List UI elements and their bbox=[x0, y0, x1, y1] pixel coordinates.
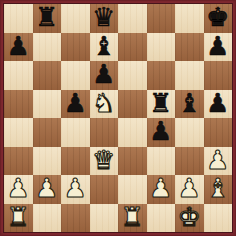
black-rook[interactable]: ♜ bbox=[35, 4, 58, 32]
white-pawn[interactable]: ♟ bbox=[64, 175, 87, 203]
white-rook[interactable]: ♜ bbox=[121, 204, 144, 232]
square-c6[interactable] bbox=[61, 61, 90, 90]
chess-board-frame: ♜♛♚♟♝♟♟♟♞♜♝♟♟♛♟♟♟♟♟♟♝♜♜♚ bbox=[0, 0, 236, 236]
square-a4[interactable] bbox=[4, 118, 33, 147]
square-f6[interactable] bbox=[147, 61, 176, 90]
square-b1[interactable] bbox=[33, 204, 62, 233]
square-d5[interactable]: ♞ bbox=[90, 90, 119, 119]
square-f3[interactable] bbox=[147, 147, 176, 176]
square-b7[interactable] bbox=[33, 33, 62, 62]
square-d4[interactable] bbox=[90, 118, 119, 147]
white-bishop[interactable]: ♝ bbox=[206, 175, 229, 203]
black-pawn[interactable]: ♟ bbox=[206, 90, 229, 118]
square-h3[interactable]: ♟ bbox=[204, 147, 233, 176]
white-pawn[interactable]: ♟ bbox=[206, 147, 229, 175]
square-b2[interactable]: ♟ bbox=[33, 175, 62, 204]
square-f1[interactable] bbox=[147, 204, 176, 233]
square-h4[interactable] bbox=[204, 118, 233, 147]
white-knight[interactable]: ♞ bbox=[92, 90, 115, 118]
square-e1[interactable]: ♜ bbox=[118, 204, 147, 233]
square-d6[interactable]: ♟ bbox=[90, 61, 119, 90]
square-f5[interactable]: ♜ bbox=[147, 90, 176, 119]
black-bishop[interactable]: ♝ bbox=[178, 90, 201, 118]
black-bishop[interactable]: ♝ bbox=[92, 33, 115, 61]
black-pawn[interactable]: ♟ bbox=[149, 118, 172, 146]
square-e7[interactable] bbox=[118, 33, 147, 62]
square-h5[interactable]: ♟ bbox=[204, 90, 233, 119]
square-b6[interactable] bbox=[33, 61, 62, 90]
square-c3[interactable] bbox=[61, 147, 90, 176]
square-e8[interactable] bbox=[118, 4, 147, 33]
square-g8[interactable] bbox=[175, 4, 204, 33]
square-a2[interactable]: ♟ bbox=[4, 175, 33, 204]
white-pawn[interactable]: ♟ bbox=[35, 175, 58, 203]
white-pawn[interactable]: ♟ bbox=[149, 175, 172, 203]
square-g3[interactable] bbox=[175, 147, 204, 176]
square-g5[interactable]: ♝ bbox=[175, 90, 204, 119]
square-h6[interactable] bbox=[204, 61, 233, 90]
square-a7[interactable]: ♟ bbox=[4, 33, 33, 62]
black-pawn[interactable]: ♟ bbox=[7, 33, 30, 61]
square-d1[interactable] bbox=[90, 204, 119, 233]
black-pawn[interactable]: ♟ bbox=[92, 61, 115, 89]
square-c2[interactable]: ♟ bbox=[61, 175, 90, 204]
square-d2[interactable] bbox=[90, 175, 119, 204]
square-a8[interactable] bbox=[4, 4, 33, 33]
square-g2[interactable]: ♟ bbox=[175, 175, 204, 204]
white-rook[interactable]: ♜ bbox=[7, 204, 30, 232]
square-a1[interactable]: ♜ bbox=[4, 204, 33, 233]
square-c1[interactable] bbox=[61, 204, 90, 233]
black-rook[interactable]: ♜ bbox=[149, 90, 172, 118]
square-h2[interactable]: ♝ bbox=[204, 175, 233, 204]
white-pawn[interactable]: ♟ bbox=[178, 175, 201, 203]
square-c4[interactable] bbox=[61, 118, 90, 147]
square-b8[interactable]: ♜ bbox=[33, 4, 62, 33]
square-h1[interactable] bbox=[204, 204, 233, 233]
square-b4[interactable] bbox=[33, 118, 62, 147]
square-h7[interactable]: ♟ bbox=[204, 33, 233, 62]
square-e6[interactable] bbox=[118, 61, 147, 90]
square-g6[interactable] bbox=[175, 61, 204, 90]
white-king[interactable]: ♚ bbox=[178, 204, 201, 232]
square-g7[interactable] bbox=[175, 33, 204, 62]
square-f4[interactable]: ♟ bbox=[147, 118, 176, 147]
square-e4[interactable] bbox=[118, 118, 147, 147]
square-a5[interactable] bbox=[4, 90, 33, 119]
square-c8[interactable] bbox=[61, 4, 90, 33]
square-g1[interactable]: ♚ bbox=[175, 204, 204, 233]
square-f7[interactable] bbox=[147, 33, 176, 62]
square-c7[interactable] bbox=[61, 33, 90, 62]
square-h8[interactable]: ♚ bbox=[204, 4, 233, 33]
square-e2[interactable] bbox=[118, 175, 147, 204]
black-king[interactable]: ♚ bbox=[206, 4, 229, 32]
square-a6[interactable] bbox=[4, 61, 33, 90]
square-g4[interactable] bbox=[175, 118, 204, 147]
black-queen[interactable]: ♛ bbox=[92, 4, 115, 32]
black-pawn[interactable]: ♟ bbox=[64, 90, 87, 118]
square-d7[interactable]: ♝ bbox=[90, 33, 119, 62]
square-f2[interactable]: ♟ bbox=[147, 175, 176, 204]
square-d3[interactable]: ♛ bbox=[90, 147, 119, 176]
square-e3[interactable] bbox=[118, 147, 147, 176]
square-d8[interactable]: ♛ bbox=[90, 4, 119, 33]
square-f8[interactable] bbox=[147, 4, 176, 33]
square-b3[interactable] bbox=[33, 147, 62, 176]
square-e5[interactable] bbox=[118, 90, 147, 119]
white-queen[interactable]: ♛ bbox=[92, 147, 115, 175]
square-a3[interactable] bbox=[4, 147, 33, 176]
square-b5[interactable] bbox=[33, 90, 62, 119]
black-pawn[interactable]: ♟ bbox=[206, 33, 229, 61]
chess-board: ♜♛♚♟♝♟♟♟♞♜♝♟♟♛♟♟♟♟♟♟♝♜♜♚ bbox=[4, 4, 232, 232]
square-c5[interactable]: ♟ bbox=[61, 90, 90, 119]
white-pawn[interactable]: ♟ bbox=[7, 175, 30, 203]
